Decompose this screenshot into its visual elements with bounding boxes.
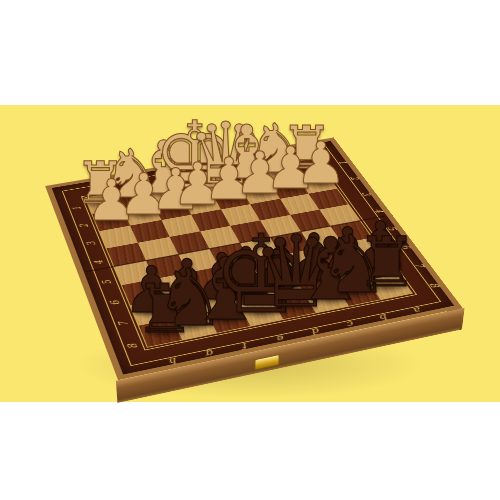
rank-label-left-4: 4 [92, 260, 105, 266]
file-label-near-b: b [378, 312, 390, 320]
file-label-near-a: a [412, 305, 423, 313]
rank-label-right-8: 8 [427, 282, 441, 288]
file-label-near-g: g [204, 348, 215, 357]
file-label-near-f: f [242, 341, 250, 349]
rank-label-left-5: 5 [100, 279, 113, 285]
rank-label-right-3: 3 [359, 192, 371, 197]
file-label-near-h: h [168, 356, 179, 365]
rank-label-left-3: 3 [85, 241, 97, 247]
file-label-near-c: c [345, 319, 356, 327]
rank-label-right-2: 2 [348, 175, 360, 180]
brass-latch [254, 354, 279, 370]
piece-black-rook-a8[interactable]: ♜ [356, 228, 418, 297]
piece-white-pawn-a2[interactable]: ♟ [295, 134, 347, 192]
product-photo: hhggffeeddccbbaa1122334455667788 ♜♞♝♚♛♝♞… [0, 0, 500, 500]
rank-label-left-6: 6 [108, 299, 121, 306]
